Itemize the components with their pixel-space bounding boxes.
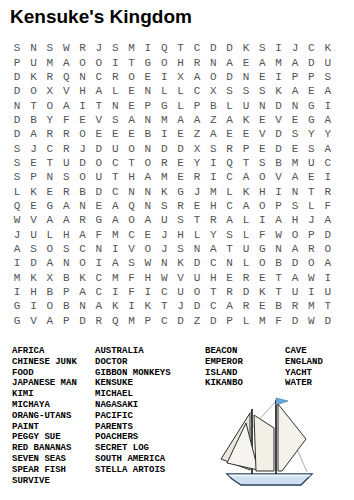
grid-cell[interactable]: I <box>254 213 270 227</box>
grid-cell[interactable]: A <box>320 213 336 227</box>
grid-cell[interactable]: M <box>42 55 58 69</box>
grid-cell[interactable]: C <box>205 256 221 270</box>
grid-cell[interactable]: F <box>254 227 270 241</box>
grid-cell[interactable]: V <box>271 113 287 127</box>
grid-cell[interactable]: N <box>140 113 156 127</box>
grid-cell[interactable]: T <box>271 271 287 285</box>
grid-cell[interactable]: T <box>320 299 336 313</box>
grid-cell[interactable]: M <box>287 156 303 170</box>
grid-cell[interactable]: K <box>156 184 172 198</box>
grid-cell[interactable]: W <box>303 271 319 285</box>
grid-cell[interactable]: K <box>25 271 41 285</box>
grid-cell[interactable]: R <box>42 70 58 84</box>
grid-cell[interactable]: J <box>25 141 41 155</box>
grid-cell[interactable]: S <box>254 41 270 55</box>
grid-cell[interactable]: S <box>107 41 123 55</box>
grid-cell[interactable]: E <box>172 127 188 141</box>
grid-cell[interactable]: O <box>189 285 205 299</box>
grid-cell[interactable]: E <box>107 127 123 141</box>
grid-cell[interactable]: D <box>9 70 25 84</box>
grid-cell[interactable]: O <box>91 156 107 170</box>
grid-cell[interactable]: R <box>58 184 74 198</box>
grid-cell[interactable]: D <box>189 299 205 313</box>
grid-cell[interactable]: K <box>172 256 188 270</box>
grid-cell[interactable]: T <box>123 156 139 170</box>
grid-cell[interactable]: D <box>205 41 221 55</box>
grid-cell[interactable]: A <box>271 213 287 227</box>
grid-cell[interactable]: C <box>303 41 319 55</box>
grid-cell[interactable]: D <box>221 41 237 55</box>
grid-cell[interactable]: V <box>172 271 188 285</box>
grid-cell[interactable]: T <box>91 98 107 112</box>
grid-cell[interactable]: L <box>238 314 254 328</box>
grid-cell[interactable]: M <box>205 184 221 198</box>
grid-cell[interactable]: A <box>58 98 74 112</box>
grid-cell[interactable]: I <box>107 55 123 69</box>
grid-cell[interactable]: K <box>25 70 41 84</box>
grid-cell[interactable]: E <box>303 170 319 184</box>
grid-cell[interactable]: E <box>91 127 107 141</box>
grid-cell[interactable]: M <box>9 271 25 285</box>
grid-cell[interactable]: R <box>58 141 74 155</box>
grid-cell[interactable]: I <box>271 184 287 198</box>
grid-cell[interactable]: A <box>287 84 303 98</box>
grid-cell[interactable]: D <box>91 141 107 155</box>
grid-cell[interactable]: E <box>189 199 205 213</box>
grid-cell[interactable]: E <box>42 184 58 198</box>
grid-cell[interactable]: A <box>221 213 237 227</box>
grid-cell[interactable]: E <box>238 127 254 141</box>
grid-cell[interactable]: G <box>9 299 25 313</box>
grid-cell[interactable]: D <box>74 156 90 170</box>
grid-cell[interactable]: V <box>58 84 74 98</box>
grid-cell[interactable]: W <box>271 227 287 241</box>
grid-cell[interactable]: S <box>320 70 336 84</box>
grid-cell[interactable]: P <box>221 314 237 328</box>
grid-cell[interactable]: D <box>9 113 25 127</box>
grid-cell[interactable]: N <box>140 184 156 198</box>
grid-cell[interactable]: G <box>91 213 107 227</box>
grid-cell[interactable]: I <box>156 127 172 141</box>
grid-cell[interactable]: W <box>140 256 156 270</box>
grid-cell[interactable]: W <box>156 271 172 285</box>
grid-cell[interactable]: A <box>320 84 336 98</box>
grid-cell[interactable]: M <box>107 227 123 241</box>
grid-cell[interactable]: H <box>205 199 221 213</box>
grid-cell[interactable]: O <box>123 70 139 84</box>
grid-cell[interactable]: R <box>74 213 90 227</box>
grid-cell[interactable]: A <box>9 242 25 256</box>
grid-cell[interactable]: L <box>9 184 25 198</box>
grid-cell[interactable]: I <box>25 299 41 313</box>
grid-cell[interactable]: I <box>320 98 336 112</box>
grid-cell[interactable]: C <box>205 299 221 313</box>
grid-cell[interactable]: U <box>189 271 205 285</box>
grid-cell[interactable]: P <box>140 98 156 112</box>
grid-cell[interactable]: A <box>287 271 303 285</box>
grid-cell[interactable]: L <box>238 227 254 241</box>
grid-cell[interactable]: R <box>287 299 303 313</box>
grid-cell[interactable]: H <box>123 170 139 184</box>
grid-cell[interactable]: A <box>189 113 205 127</box>
grid-cell[interactable]: H <box>172 227 188 241</box>
grid-cell[interactable]: W <box>58 41 74 55</box>
grid-cell[interactable]: O <box>74 256 90 270</box>
grid-cell[interactable]: V <box>271 170 287 184</box>
grid-cell[interactable]: O <box>140 156 156 170</box>
grid-cell[interactable]: E <box>91 199 107 213</box>
grid-cell[interactable]: S <box>287 127 303 141</box>
grid-cell[interactable]: A <box>172 113 188 127</box>
grid-cell[interactable]: A <box>189 70 205 84</box>
grid-cell[interactable]: K <box>238 113 254 127</box>
grid-cell[interactable]: M <box>156 170 172 184</box>
grid-cell[interactable]: C <box>123 227 139 241</box>
grid-cell[interactable]: A <box>74 285 90 299</box>
grid-cell[interactable]: O <box>254 170 270 184</box>
grid-cell[interactable]: N <box>205 55 221 69</box>
grid-cell[interactable]: E <box>123 98 139 112</box>
grid-cell[interactable]: B <box>42 285 58 299</box>
grid-cell[interactable]: V <box>25 314 41 328</box>
grid-cell[interactable]: A <box>221 113 237 127</box>
grid-cell[interactable]: Y <box>205 227 221 241</box>
grid-cell[interactable]: A <box>320 141 336 155</box>
grid-cell[interactable]: R <box>238 299 254 313</box>
grid-cell[interactable]: L <box>221 98 237 112</box>
grid-cell[interactable]: H <box>74 84 90 98</box>
grid-cell[interactable]: E <box>140 70 156 84</box>
grid-cell[interactable]: E <box>172 156 188 170</box>
grid-cell[interactable]: R <box>58 127 74 141</box>
grid-cell[interactable]: J <box>9 227 25 241</box>
grid-cell[interactable]: S <box>221 227 237 241</box>
grid-cell[interactable]: U <box>303 156 319 170</box>
grid-cell[interactable]: C <box>91 70 107 84</box>
grid-cell[interactable]: U <box>156 213 172 227</box>
grid-cell[interactable]: A <box>320 113 336 127</box>
grid-cell[interactable]: G <box>303 98 319 112</box>
grid-cell[interactable]: D <box>320 227 336 241</box>
grid-cell[interactable]: I <box>140 41 156 55</box>
grid-cell[interactable]: A <box>205 127 221 141</box>
grid-cell[interactable]: M <box>123 314 139 328</box>
grid-cell[interactable]: G <box>172 184 188 198</box>
grid-cell[interactable]: N <box>189 242 205 256</box>
grid-cell[interactable]: H <box>58 227 74 241</box>
grid-cell[interactable]: B <box>58 271 74 285</box>
grid-cell[interactable]: C <box>221 170 237 184</box>
grid-cell[interactable]: A <box>254 55 270 69</box>
grid-cell[interactable]: K <box>238 41 254 55</box>
grid-cell[interactable]: O <box>42 98 58 112</box>
grid-cell[interactable]: F <box>123 271 139 285</box>
grid-cell[interactable]: X <box>42 271 58 285</box>
grid-cell[interactable]: G <box>254 242 270 256</box>
grid-cell[interactable]: T <box>303 184 319 198</box>
grid-cell[interactable]: N <box>74 199 90 213</box>
grid-cell[interactable]: A <box>42 256 58 270</box>
grid-cell[interactable]: K <box>107 299 123 313</box>
grid-cell[interactable]: Y <box>303 127 319 141</box>
grid-cell[interactable]: A <box>25 127 41 141</box>
grid-cell[interactable]: O <box>123 213 139 227</box>
grid-cell[interactable]: N <box>107 98 123 112</box>
grid-cell[interactable]: P <box>9 55 25 69</box>
grid-cell[interactable]: I <box>9 256 25 270</box>
grid-cell[interactable]: E <box>303 84 319 98</box>
grid-cell[interactable]: A <box>287 55 303 69</box>
grid-cell[interactable]: A <box>107 199 123 213</box>
grid-cell[interactable]: V <box>91 113 107 127</box>
grid-cell[interactable]: I <box>205 156 221 170</box>
grid-cell[interactable]: L <box>189 227 205 241</box>
grid-cell[interactable]: L <box>172 84 188 98</box>
grid-cell[interactable]: I <box>74 98 90 112</box>
grid-cell[interactable]: H <box>172 55 188 69</box>
grid-cell[interactable]: O <box>42 299 58 313</box>
grid-cell[interactable]: S <box>172 213 188 227</box>
grid-cell[interactable]: O <box>123 141 139 155</box>
grid-cell[interactable]: B <box>271 156 287 170</box>
grid-cell[interactable]: C <box>189 84 205 98</box>
grid-cell[interactable]: Q <box>221 156 237 170</box>
grid-cell[interactable]: E <box>254 299 270 313</box>
grid-cell[interactable]: C <box>189 41 205 55</box>
grid-cell[interactable]: L <box>42 227 58 241</box>
grid-cell[interactable]: N <box>74 70 90 84</box>
grid-cell[interactable]: Z <box>189 127 205 141</box>
grid-cell[interactable]: R <box>303 242 319 256</box>
grid-cell[interactable]: V <box>25 213 41 227</box>
grid-cell[interactable]: N <box>91 242 107 256</box>
grid-cell[interactable]: N <box>287 98 303 112</box>
grid-cell[interactable]: K <box>25 184 41 198</box>
grid-cell[interactable]: S <box>303 141 319 155</box>
grid-cell[interactable]: M <box>123 41 139 55</box>
grid-cell[interactable]: N <box>271 242 287 256</box>
grid-cell[interactable]: A <box>91 84 107 98</box>
grid-cell[interactable]: A <box>140 213 156 227</box>
grid-cell[interactable]: U <box>91 170 107 184</box>
grid-cell[interactable]: F <box>271 314 287 328</box>
grid-cell[interactable]: I <box>271 70 287 84</box>
grid-cell[interactable]: E <box>287 141 303 155</box>
grid-cell[interactable]: C <box>156 314 172 328</box>
grid-cell[interactable]: U <box>287 285 303 299</box>
grid-cell[interactable]: D <box>238 285 254 299</box>
grid-cell[interactable]: D <box>320 314 336 328</box>
grid-cell[interactable]: E <box>123 127 139 141</box>
grid-cell[interactable]: K <box>140 299 156 313</box>
grid-cell[interactable]: E <box>238 55 254 69</box>
grid-cell[interactable]: S <box>9 156 25 170</box>
grid-cell[interactable]: O <box>156 55 172 69</box>
grid-cell[interactable]: P <box>25 170 41 184</box>
grid-cell[interactable]: D <box>287 314 303 328</box>
grid-cell[interactable]: I <box>156 70 172 84</box>
grid-cell[interactable]: P <box>189 98 205 112</box>
grid-cell[interactable]: A <box>107 213 123 227</box>
grid-cell[interactable]: E <box>254 70 270 84</box>
grid-cell[interactable]: D <box>156 141 172 155</box>
grid-cell[interactable]: L <box>221 184 237 198</box>
grid-cell[interactable]: O <box>287 227 303 241</box>
grid-cell[interactable]: S <box>9 170 25 184</box>
grid-cell[interactable]: O <box>205 70 221 84</box>
grid-cell[interactable]: G <box>42 199 58 213</box>
grid-cell[interactable]: P <box>58 314 74 328</box>
grid-cell[interactable]: R <box>156 156 172 170</box>
grid-cell[interactable]: S <box>123 256 139 270</box>
grid-cell[interactable]: A <box>123 113 139 127</box>
grid-cell[interactable]: X <box>205 84 221 98</box>
grid-cell[interactable]: A <box>320 256 336 270</box>
grid-cell[interactable]: A <box>140 170 156 184</box>
grid-cell[interactable]: S <box>25 242 41 256</box>
grid-cell[interactable]: F <box>320 199 336 213</box>
grid-cell[interactable]: B <box>25 113 41 127</box>
grid-cell[interactable]: S <box>107 113 123 127</box>
grid-cell[interactable]: N <box>123 184 139 198</box>
grid-cell[interactable]: N <box>25 41 41 55</box>
grid-cell[interactable]: A <box>58 55 74 69</box>
grid-cell[interactable]: P <box>303 70 319 84</box>
grid-cell[interactable]: P <box>303 227 319 241</box>
grid-cell[interactable]: N <box>74 299 90 313</box>
grid-cell[interactable]: J <box>172 299 188 313</box>
grid-cell[interactable]: V <box>254 127 270 141</box>
grid-cell[interactable]: R <box>91 314 107 328</box>
grid-cell[interactable]: N <box>140 141 156 155</box>
grid-cell[interactable]: O <box>74 170 90 184</box>
grid-cell[interactable]: R <box>238 271 254 285</box>
grid-cell[interactable]: S <box>58 242 74 256</box>
grid-cell[interactable]: J <box>74 141 90 155</box>
grid-cell[interactable]: D <box>172 141 188 155</box>
grid-cell[interactable]: N <box>221 256 237 270</box>
grid-cell[interactable]: T <box>156 299 172 313</box>
grid-cell[interactable]: U <box>320 55 336 69</box>
grid-cell[interactable]: T <box>25 98 41 112</box>
grid-cell[interactable]: A <box>205 242 221 256</box>
grid-cell[interactable]: G <box>9 314 25 328</box>
grid-cell[interactable]: A <box>42 314 58 328</box>
grid-cell[interactable]: B <box>271 299 287 313</box>
grid-cell[interactable]: A <box>238 170 254 184</box>
grid-cell[interactable]: J <box>189 184 205 198</box>
grid-cell[interactable]: A <box>287 242 303 256</box>
grid-cell[interactable]: U <box>238 242 254 256</box>
grid-cell[interactable]: N <box>156 256 172 270</box>
grid-cell[interactable]: W <box>303 314 319 328</box>
grid-cell[interactable]: T <box>271 285 287 299</box>
grid-cell[interactable]: D <box>287 256 303 270</box>
grid-cell[interactable]: Y <box>320 127 336 141</box>
grid-cell[interactable]: S <box>58 170 74 184</box>
grid-cell[interactable]: L <box>303 199 319 213</box>
grid-cell[interactable]: A <box>91 299 107 313</box>
grid-cell[interactable]: N <box>58 256 74 270</box>
grid-cell[interactable]: B <box>58 299 74 313</box>
grid-cell[interactable]: R <box>221 141 237 155</box>
grid-cell[interactable]: A <box>221 55 237 69</box>
grid-cell[interactable]: O <box>254 199 270 213</box>
grid-cell[interactable]: A <box>107 256 123 270</box>
grid-cell[interactable]: E <box>221 271 237 285</box>
grid-cell[interactable]: S <box>254 156 270 170</box>
grid-cell[interactable]: R <box>107 70 123 84</box>
grid-cell[interactable]: R <box>320 184 336 198</box>
grid-cell[interactable]: O <box>91 55 107 69</box>
grid-cell[interactable]: A <box>238 199 254 213</box>
grid-cell[interactable]: D <box>271 98 287 112</box>
grid-cell[interactable]: N <box>287 184 303 198</box>
grid-cell[interactable]: Y <box>42 113 58 127</box>
grid-cell[interactable]: T <box>221 242 237 256</box>
grid-cell[interactable]: D <box>221 70 237 84</box>
grid-cell[interactable]: I <box>9 285 25 299</box>
grid-cell[interactable]: U <box>107 141 123 155</box>
grid-cell[interactable]: I <box>107 242 123 256</box>
grid-cell[interactable]: O <box>74 55 90 69</box>
grid-cell[interactable]: R <box>42 127 58 141</box>
grid-cell[interactable]: I <box>320 170 336 184</box>
grid-cell[interactable]: C <box>91 285 107 299</box>
grid-cell[interactable]: S <box>205 141 221 155</box>
grid-cell[interactable]: Q <box>9 199 25 213</box>
grid-cell[interactable]: C <box>320 156 336 170</box>
grid-cell[interactable]: P <box>287 70 303 84</box>
grid-cell[interactable]: P <box>271 199 287 213</box>
grid-cell[interactable]: G <box>140 55 156 69</box>
grid-cell[interactable]: Q <box>123 199 139 213</box>
grid-cell[interactable]: U <box>320 285 336 299</box>
grid-cell[interactable]: P <box>140 314 156 328</box>
grid-cell[interactable]: N <box>140 84 156 98</box>
grid-cell[interactable]: Q <box>58 70 74 84</box>
grid-cell[interactable]: B <box>271 256 287 270</box>
grid-cell[interactable]: T <box>238 156 254 170</box>
grid-cell[interactable]: V <box>123 242 139 256</box>
grid-cell[interactable]: D <box>205 314 221 328</box>
grid-cell[interactable]: E <box>254 113 270 127</box>
grid-cell[interactable]: F <box>91 227 107 241</box>
grid-cell[interactable]: M <box>107 271 123 285</box>
grid-cell[interactable]: O <box>303 256 319 270</box>
grid-cell[interactable]: J <box>156 242 172 256</box>
grid-cell[interactable]: H <box>254 184 270 198</box>
grid-cell[interactable]: H <box>140 271 156 285</box>
grid-cell[interactable]: E <box>74 113 90 127</box>
grid-cell[interactable]: S <box>9 141 25 155</box>
grid-cell[interactable]: O <box>25 84 41 98</box>
grid-cell[interactable]: E <box>172 170 188 184</box>
grid-cell[interactable]: F <box>123 285 139 299</box>
grid-cell[interactable]: I <box>303 285 319 299</box>
grid-cell[interactable]: Y <box>189 156 205 170</box>
grid-cell[interactable]: G <box>303 113 319 127</box>
grid-cell[interactable]: X <box>172 70 188 84</box>
grid-cell[interactable]: H <box>205 271 221 285</box>
grid-cell[interactable]: S <box>254 84 270 98</box>
grid-cell[interactable]: O <box>140 242 156 256</box>
grid-cell[interactable]: D <box>172 314 188 328</box>
grid-cell[interactable]: F <box>58 113 74 127</box>
grid-cell[interactable]: A <box>74 227 90 241</box>
grid-cell[interactable]: U <box>58 156 74 170</box>
grid-cell[interactable]: X <box>42 84 58 98</box>
